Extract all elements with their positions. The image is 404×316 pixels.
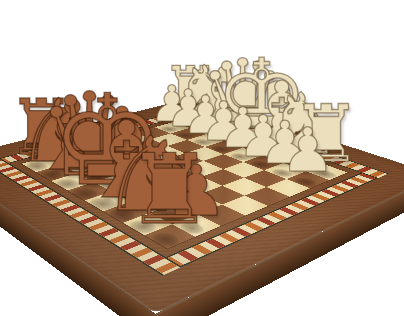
piece-glyph: ♞ xyxy=(266,83,342,163)
piece-white-rook-a1: ♜ xyxy=(161,60,219,122)
piece-black-rook-a8: ♜ xyxy=(7,91,76,164)
piece-glyph: ♛ xyxy=(37,81,140,191)
piece-glyph: ♞ xyxy=(174,58,240,128)
piece-white-pawn-d2: ♟ xyxy=(199,96,247,147)
piece-glyph: ♝ xyxy=(188,58,260,134)
pieces-layer: ♜♞♝♛♚♝♞♜♟♟♟♟♟♟♟♟♟♟♟♟♟♟♟♟♜♞♝♛♚♝♞♜ xyxy=(0,0,404,316)
piece-glyph: ♟ xyxy=(165,85,211,134)
piece-glyph: ♟ xyxy=(105,132,162,192)
piece-white-bishop-c1: ♝ xyxy=(188,58,260,134)
piece-glyph: ♚ xyxy=(215,50,308,149)
piece-black-rook-h8: ♜ xyxy=(126,144,213,236)
piece-glyph: ♟ xyxy=(41,104,91,157)
piece-white-queen-d1: ♛ xyxy=(199,50,285,141)
piece-white-pawn-c2: ♟ xyxy=(182,91,229,141)
piece-glyph: ♞ xyxy=(101,126,193,224)
piece-glyph: ♟ xyxy=(280,122,334,180)
piece-black-pawn-f7: ♟ xyxy=(123,140,182,202)
piece-glyph: ♜ xyxy=(161,60,219,122)
piece-white-knight-b1: ♞ xyxy=(174,58,240,128)
piece-glyph: ♟ xyxy=(165,158,228,225)
piece-white-pawn-f2: ♟ xyxy=(238,108,289,162)
piece-glyph: ♟ xyxy=(143,149,204,213)
piece-glyph: ♟ xyxy=(238,108,289,162)
piece-black-pawn-c7: ♟ xyxy=(71,117,124,173)
piece-black-pawn-e7: ♟ xyxy=(105,132,162,192)
piece-black-knight-g8: ♞ xyxy=(101,126,193,224)
piece-black-bishop-f8: ♝ xyxy=(79,111,174,212)
board-scene: ♜♞♝♛♚♝♞♜♟♟♟♟♟♟♟♟♟♟♟♟♟♟♟♟♜♞♝♛♚♝♞♜ xyxy=(0,0,404,316)
piece-black-bishop-c8: ♝ xyxy=(29,90,115,181)
piece-white-pawn-b2: ♟ xyxy=(165,85,211,134)
piece-black-pawn-g7: ♟ xyxy=(143,149,204,213)
piece-white-king-e1: ♚ xyxy=(215,50,308,149)
piece-glyph: ♚ xyxy=(51,82,163,201)
piece-glyph: ♟ xyxy=(182,91,229,141)
piece-black-pawn-b7: ♟ xyxy=(55,110,107,165)
piece-glyph: ♝ xyxy=(79,111,174,212)
piece-glyph: ♟ xyxy=(150,80,195,127)
piece-black-king-e8: ♚ xyxy=(51,82,163,201)
piece-glyph: ♜ xyxy=(126,144,213,236)
piece-glyph: ♟ xyxy=(123,140,182,202)
piece-white-rook-h1: ♜ xyxy=(291,97,362,172)
piece-white-pawn-e2: ♟ xyxy=(218,102,268,155)
piece-glyph: ♞ xyxy=(17,90,95,173)
piece-black-queen-d8: ♛ xyxy=(37,81,140,191)
piece-glyph: ♟ xyxy=(199,96,247,147)
piece-black-pawn-h7: ♟ xyxy=(165,158,228,225)
piece-black-pawn-d7: ♟ xyxy=(87,124,142,182)
piece-glyph: ♟ xyxy=(87,124,142,182)
piece-black-knight-b8: ♞ xyxy=(17,90,95,173)
piece-black-pawn-a7: ♟ xyxy=(41,104,91,157)
piece-glyph: ♜ xyxy=(291,97,362,172)
piece-white-pawn-h2: ♟ xyxy=(280,122,334,180)
piece-glyph: ♛ xyxy=(199,50,285,141)
piece-glyph: ♜ xyxy=(7,91,76,164)
piece-white-bishop-f1: ♝ xyxy=(243,73,321,156)
piece-white-knight-g1: ♞ xyxy=(266,83,342,163)
piece-white-pawn-a2: ♟ xyxy=(150,80,195,127)
piece-glyph: ♟ xyxy=(55,110,107,165)
piece-glyph: ♝ xyxy=(29,90,115,181)
piece-glyph: ♟ xyxy=(71,117,124,173)
piece-white-pawn-g2: ♟ xyxy=(258,115,311,171)
render-canvas: ♜♞♝♛♚♝♞♜♟♟♟♟♟♟♟♟♟♟♟♟♟♟♟♟♜♞♝♛♚♝♞♜ xyxy=(0,0,404,316)
piece-glyph: ♟ xyxy=(258,115,311,171)
piece-glyph: ♝ xyxy=(243,73,321,156)
piece-glyph: ♟ xyxy=(218,102,268,155)
